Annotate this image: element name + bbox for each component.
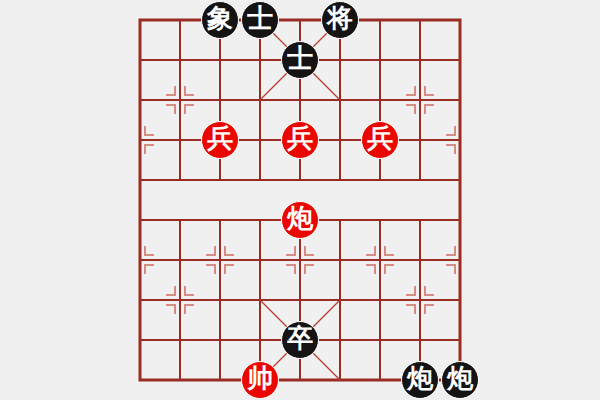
piece-glyph: 象 xyxy=(207,6,233,32)
piece-black-elephant[interactable]: 象 xyxy=(201,1,239,39)
piece-glyph: 士 xyxy=(287,46,313,72)
piece-red-general[interactable]: 帅 xyxy=(241,361,279,399)
piece-glyph: 炮 xyxy=(447,366,473,392)
piece-glyph: 兵 xyxy=(367,126,393,152)
piece-glyph: 兵 xyxy=(287,126,313,152)
piece-glyph: 将 xyxy=(327,6,353,32)
piece-glyph: 炮 xyxy=(407,366,433,392)
piece-red-cannon[interactable]: 炮 xyxy=(281,201,319,239)
piece-glyph: 炮 xyxy=(287,206,313,232)
piece-black-soldier[interactable]: 卒 xyxy=(281,321,319,359)
piece-glyph: 兵 xyxy=(207,126,233,152)
piece-black-cannon[interactable]: 炮 xyxy=(401,361,439,399)
piece-red-soldier[interactable]: 兵 xyxy=(361,121,399,159)
piece-black-advisor[interactable]: 士 xyxy=(241,1,279,39)
piece-black-general[interactable]: 将 xyxy=(321,1,359,39)
piece-black-cannon[interactable]: 炮 xyxy=(441,361,479,399)
piece-red-soldier[interactable]: 兵 xyxy=(201,121,239,159)
piece-red-soldier[interactable]: 兵 xyxy=(281,121,319,159)
piece-glyph: 士 xyxy=(247,6,273,32)
pieces-layer: 象士将士兵兵兵炮卒帅炮炮 xyxy=(120,0,480,400)
xiangqi-board-screenshot: 象士将士兵兵兵炮卒帅炮炮 xyxy=(0,0,600,400)
piece-glyph: 卒 xyxy=(287,326,313,352)
piece-black-advisor[interactable]: 士 xyxy=(281,41,319,79)
piece-glyph: 帅 xyxy=(247,366,273,392)
